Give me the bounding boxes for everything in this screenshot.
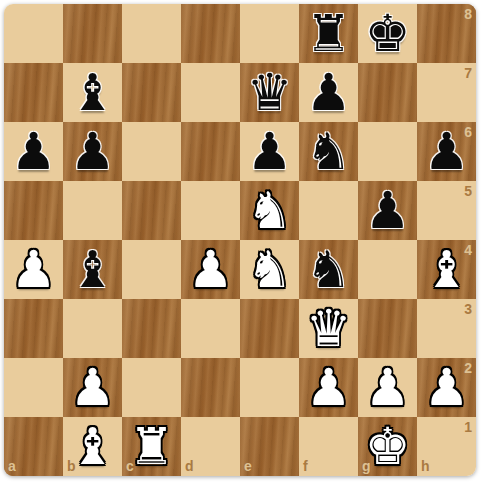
square-d1[interactable]: d: [181, 417, 240, 476]
square-f7[interactable]: ♟: [299, 63, 358, 122]
square-e1[interactable]: e: [240, 417, 299, 476]
rank-label-3: 3: [464, 302, 472, 316]
file-label-f: f: [303, 459, 308, 473]
piece-white-rook[interactable]: ♜: [129, 417, 175, 476]
square-c6[interactable]: [122, 122, 181, 181]
square-g7[interactable]: [358, 63, 417, 122]
square-d6[interactable]: [181, 122, 240, 181]
square-g3[interactable]: [358, 299, 417, 358]
square-a1[interactable]: a: [4, 417, 63, 476]
square-f4[interactable]: ♞: [299, 240, 358, 299]
piece-white-knight[interactable]: ♞: [247, 181, 293, 240]
square-e7[interactable]: ♛: [240, 63, 299, 122]
piece-white-pawn[interactable]: ♟: [70, 358, 116, 417]
piece-black-bishop[interactable]: ♝: [70, 240, 116, 299]
square-a2[interactable]: [4, 358, 63, 417]
square-d2[interactable]: [181, 358, 240, 417]
square-g8[interactable]: ♚: [358, 4, 417, 63]
square-h5[interactable]: 5: [417, 181, 476, 240]
square-a7[interactable]: [4, 63, 63, 122]
piece-black-bishop[interactable]: ♝: [70, 63, 116, 122]
piece-white-king[interactable]: ♚: [365, 417, 411, 476]
square-c2[interactable]: [122, 358, 181, 417]
square-f1[interactable]: f: [299, 417, 358, 476]
piece-black-pawn[interactable]: ♟: [306, 63, 352, 122]
square-a4[interactable]: ♟: [4, 240, 63, 299]
square-f2[interactable]: ♟: [299, 358, 358, 417]
square-e6[interactable]: ♟: [240, 122, 299, 181]
chess-board: ♜♚8♝♛♟7♟♟♟♞6♟♞♟5♟♝♟♞♞4♝♛3♟♟♟2♟ab♝c♜defg♚…: [4, 4, 476, 476]
square-b4[interactable]: ♝: [63, 240, 122, 299]
piece-white-bishop[interactable]: ♝: [424, 240, 470, 299]
square-b8[interactable]: [63, 4, 122, 63]
square-e2[interactable]: [240, 358, 299, 417]
square-d8[interactable]: [181, 4, 240, 63]
file-label-e: e: [244, 459, 252, 473]
square-g1[interactable]: g♚: [358, 417, 417, 476]
file-label-d: d: [185, 459, 194, 473]
square-c8[interactable]: [122, 4, 181, 63]
piece-black-pawn[interactable]: ♟: [365, 181, 411, 240]
piece-black-queen[interactable]: ♛: [247, 63, 293, 122]
square-e8[interactable]: [240, 4, 299, 63]
piece-white-pawn[interactable]: ♟: [188, 240, 234, 299]
rank-label-7: 7: [464, 66, 472, 80]
square-c3[interactable]: [122, 299, 181, 358]
rank-label-5: 5: [464, 184, 472, 198]
piece-white-pawn[interactable]: ♟: [11, 240, 57, 299]
square-c5[interactable]: [122, 181, 181, 240]
piece-white-pawn[interactable]: ♟: [424, 358, 470, 417]
file-label-a: a: [8, 459, 16, 473]
square-b1[interactable]: b♝: [63, 417, 122, 476]
square-b3[interactable]: [63, 299, 122, 358]
square-h8[interactable]: 8: [417, 4, 476, 63]
square-g4[interactable]: [358, 240, 417, 299]
square-a6[interactable]: ♟: [4, 122, 63, 181]
piece-black-pawn[interactable]: ♟: [424, 122, 470, 181]
piece-black-rook[interactable]: ♜: [306, 4, 352, 63]
square-d7[interactable]: [181, 63, 240, 122]
square-e3[interactable]: [240, 299, 299, 358]
square-b7[interactable]: ♝: [63, 63, 122, 122]
square-h4[interactable]: 4♝: [417, 240, 476, 299]
square-d4[interactable]: ♟: [181, 240, 240, 299]
square-g2[interactable]: ♟: [358, 358, 417, 417]
square-b6[interactable]: ♟: [63, 122, 122, 181]
square-d3[interactable]: [181, 299, 240, 358]
piece-white-pawn[interactable]: ♟: [306, 358, 352, 417]
piece-black-pawn[interactable]: ♟: [11, 122, 57, 181]
piece-black-pawn[interactable]: ♟: [247, 122, 293, 181]
square-a3[interactable]: [4, 299, 63, 358]
square-g5[interactable]: ♟: [358, 181, 417, 240]
piece-white-knight[interactable]: ♞: [247, 240, 293, 299]
square-f8[interactable]: ♜: [299, 4, 358, 63]
square-a8[interactable]: [4, 4, 63, 63]
square-a5[interactable]: [4, 181, 63, 240]
rank-label-1: 1: [464, 420, 472, 434]
piece-black-knight[interactable]: ♞: [306, 122, 352, 181]
square-b2[interactable]: ♟: [63, 358, 122, 417]
square-f5[interactable]: [299, 181, 358, 240]
piece-white-pawn[interactable]: ♟: [365, 358, 411, 417]
rank-label-8: 8: [464, 7, 472, 21]
square-f6[interactable]: ♞: [299, 122, 358, 181]
square-c7[interactable]: [122, 63, 181, 122]
square-h7[interactable]: 7: [417, 63, 476, 122]
square-h3[interactable]: 3: [417, 299, 476, 358]
square-e5[interactable]: ♞: [240, 181, 299, 240]
chess-board-frame: ♜♚8♝♛♟7♟♟♟♞6♟♞♟5♟♝♟♞♞4♝♛3♟♟♟2♟ab♝c♜defg♚…: [4, 4, 476, 476]
file-label-h: h: [421, 459, 430, 473]
piece-white-queen[interactable]: ♛: [306, 299, 352, 358]
square-h2[interactable]: 2♟: [417, 358, 476, 417]
square-e4[interactable]: ♞: [240, 240, 299, 299]
square-c1[interactable]: c♜: [122, 417, 181, 476]
square-g6[interactable]: [358, 122, 417, 181]
piece-white-bishop[interactable]: ♝: [70, 417, 116, 476]
square-b5[interactable]: [63, 181, 122, 240]
square-d5[interactable]: [181, 181, 240, 240]
square-f3[interactable]: ♛: [299, 299, 358, 358]
piece-black-pawn[interactable]: ♟: [70, 122, 116, 181]
piece-black-king[interactable]: ♚: [365, 4, 411, 63]
piece-black-knight[interactable]: ♞: [306, 240, 352, 299]
square-h1[interactable]: 1h: [417, 417, 476, 476]
square-h6[interactable]: 6♟: [417, 122, 476, 181]
square-c4[interactable]: [122, 240, 181, 299]
